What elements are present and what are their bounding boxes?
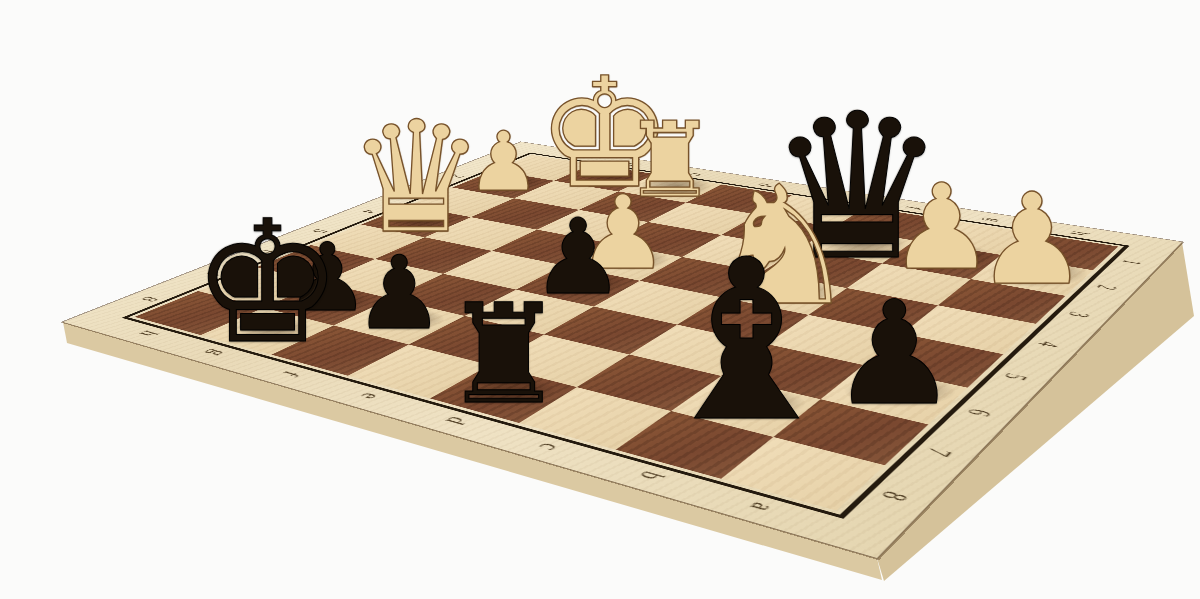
rank-label-left-2: 2 (447, 174, 468, 179)
rank-label-left-1: 1 (487, 158, 507, 162)
rank-label-left-4: 4 (358, 209, 380, 215)
rank-label-right-8: 8 (875, 489, 913, 504)
file-label-far-b: b (622, 162, 643, 167)
file-label-near-e: e (356, 391, 385, 401)
rank-label-right-7: 7 (921, 446, 957, 459)
rank-label-right-5: 5 (999, 372, 1032, 382)
rank-label-right-4: 4 (1033, 340, 1065, 349)
file-label-far-e: e (825, 194, 848, 199)
rank-label-left-8: 8 (137, 295, 162, 303)
file-label-far-c: c (686, 172, 707, 177)
file-label-near-c: c (534, 441, 567, 453)
rank-label-right-3: 3 (1063, 310, 1093, 319)
rank-label-right-2: 2 (1092, 283, 1121, 291)
rank-label-left-7: 7 (199, 271, 223, 278)
rank-label-left-3: 3 (404, 191, 425, 196)
file-label-near-b: b (634, 469, 670, 483)
file-label-near-a: a (744, 500, 781, 514)
rank-label-right-6: 6 (962, 407, 997, 419)
chessboard-photo: hhggffeeddccbbaa8877665544332211 ♚♜♟♟♝♟♟… (0, 0, 1200, 599)
file-label-far-f: f (902, 205, 925, 210)
rank-label-right-1: 1 (1118, 259, 1146, 266)
file-label-far-a: a (562, 153, 582, 157)
file-label-near-d: d (441, 415, 473, 427)
rank-label-left-5: 5 (309, 228, 332, 234)
file-label-near-f: f (278, 370, 304, 379)
rank-label-left-6: 6 (256, 249, 279, 255)
file-label-near-h: h (136, 329, 162, 338)
file-label-near-g: g (204, 348, 231, 357)
